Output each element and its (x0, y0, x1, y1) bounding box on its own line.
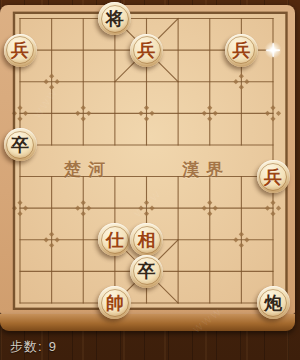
step-counter-value: 9 (49, 339, 57, 354)
piece-red-soldier[interactable]: 兵 (225, 34, 258, 67)
piece-black-cannon[interactable]: 炮 (257, 286, 290, 319)
step-counter-label: 步数: (10, 339, 43, 354)
piece-black-soldier[interactable]: 卒 (130, 255, 163, 288)
piece-red-soldier[interactable]: 兵 (130, 34, 163, 67)
piece-black-soldier[interactable]: 卒 (4, 128, 37, 161)
game-screen: 楚河 漢界 www www www 将兵兵兵卒兵仕相卒帥炮 步数:9 (0, 0, 300, 360)
piece-red-elephant[interactable]: 相 (130, 223, 163, 256)
piece-red-soldier[interactable]: 兵 (4, 34, 37, 67)
step-counter: 步数:9 (10, 338, 57, 356)
piece-red-general[interactable]: 帥 (98, 286, 131, 319)
piece-red-advisor[interactable]: 仕 (98, 223, 131, 256)
piece-black-general[interactable]: 将 (98, 2, 131, 35)
piece-red-soldier[interactable]: 兵 (257, 160, 290, 193)
pieces-layer[interactable]: 将兵兵兵卒兵仕相卒帥炮 (4, 3, 289, 319)
